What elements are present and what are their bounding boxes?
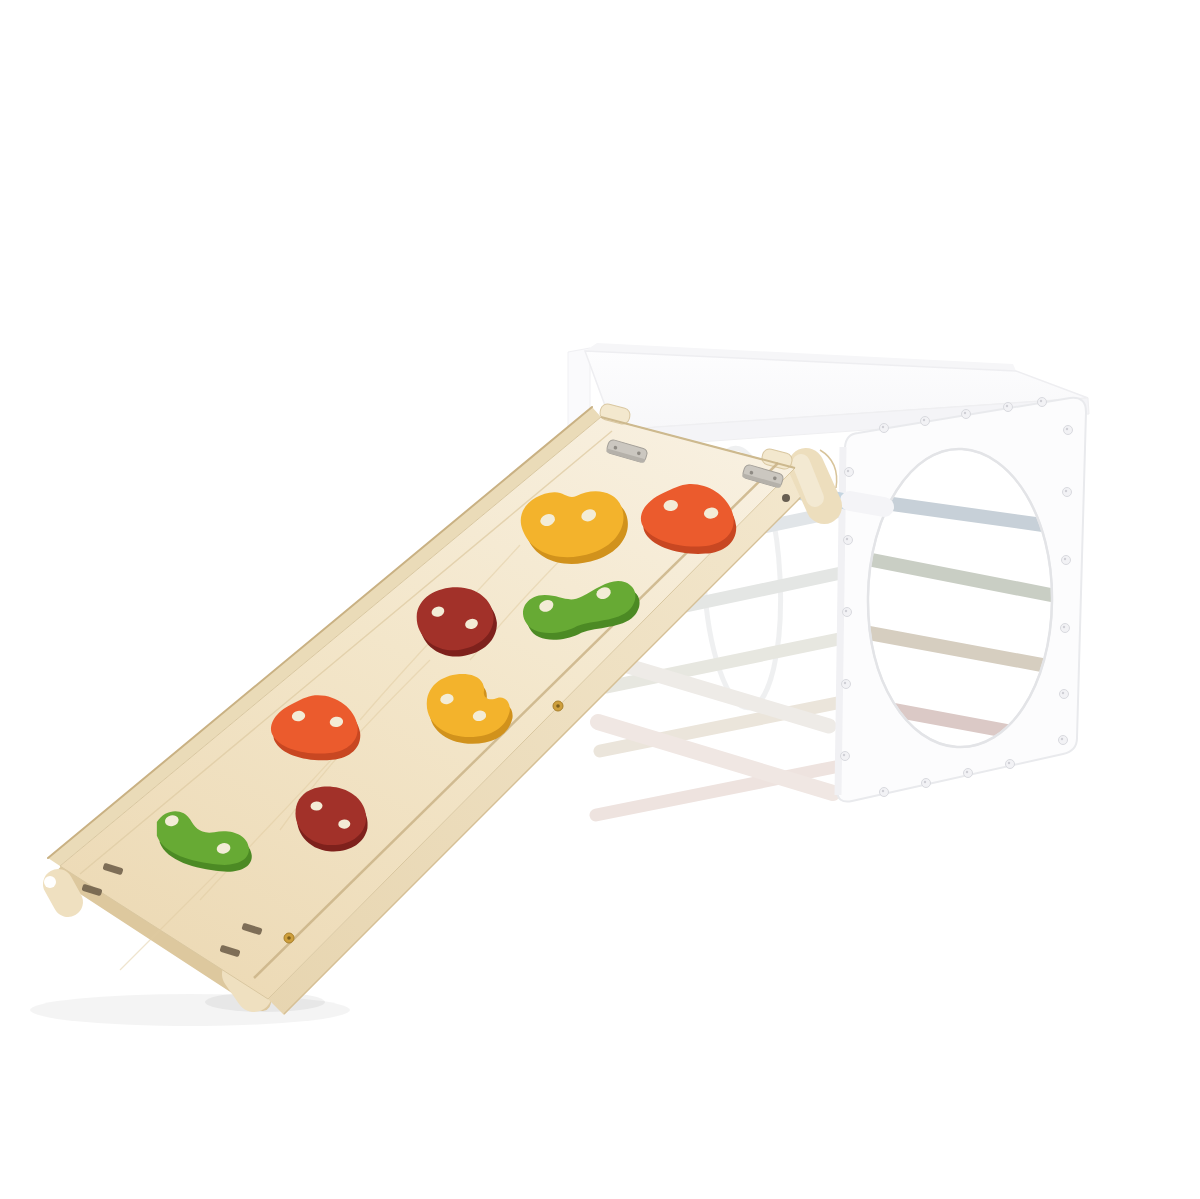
panel-screw-center [1008,762,1010,764]
panel-screw [1004,403,1013,412]
panel-screw [1063,488,1072,497]
panel-screw-center [964,412,966,414]
brass-screw-center [556,704,560,708]
panel-screw-center [1006,405,1008,407]
panel-screw [845,468,854,477]
panel-screw [842,680,851,689]
panel-screw-center [1065,490,1067,492]
cube-hole-rim [868,449,1052,747]
panel-screw-center [845,610,847,612]
panel-screw [921,417,930,426]
panel-screw-center [1061,738,1063,740]
panel-screw [880,788,889,797]
ramp-foot-left-notch [44,876,56,888]
climbing-ramp [30,402,837,1026]
panel-screw-center [924,781,926,783]
cap-screw [782,494,790,502]
panel-screw-center [1064,558,1066,560]
panel-screw-center [846,538,848,540]
panel-screw [1059,736,1068,745]
panel-screw-center [1040,400,1042,402]
panel-screw [844,536,853,545]
panel-screw [1038,398,1047,407]
panel-screw-center [882,790,884,792]
product-photo [0,0,1200,1199]
panel-screw [1060,690,1069,699]
panel-screw [841,752,850,761]
panel-screw-center [882,426,884,428]
panel-screw [964,769,973,778]
panel-screw-center [1063,626,1065,628]
panel-screw [1062,556,1071,565]
ramp-foot-left [58,884,68,902]
panel-screw [1064,426,1073,435]
panel-screw [962,410,971,419]
panel-screw-center [843,754,845,756]
panel-screw [1006,760,1015,769]
panel-screw-center [923,419,925,421]
hook-bar-collar [850,501,884,507]
brass-screw-center [287,936,291,940]
panel-screw-center [1062,692,1064,694]
panel-screw [1061,624,1070,633]
panel-screw [843,608,852,617]
ladder-rung [869,633,1058,668]
panel-screw [922,779,931,788]
panel-screw-center [1066,428,1068,430]
panel-screw-center [844,682,846,684]
ladder-rung [872,560,1056,596]
panel-screw-center [966,771,968,773]
panel-screw [880,424,889,433]
ladder-rung [885,503,1050,526]
panel-screw-center [847,470,849,472]
